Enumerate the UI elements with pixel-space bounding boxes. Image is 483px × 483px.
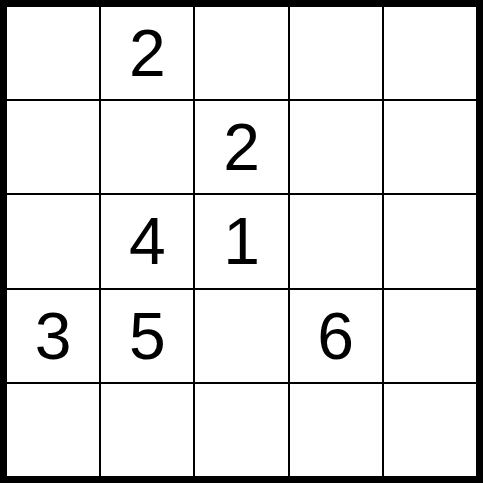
- cell-r3c5[interactable]: [384, 195, 476, 287]
- cell-r2c1[interactable]: [7, 101, 99, 193]
- cell-r1c5[interactable]: [384, 7, 476, 99]
- cell-r5c5[interactable]: [384, 384, 476, 476]
- cell-r4c5[interactable]: [384, 290, 476, 382]
- cell-r2c5[interactable]: [384, 101, 476, 193]
- cell-r1c3[interactable]: [195, 7, 287, 99]
- puzzle-board: 2 2 4 1 3 5 6: [0, 0, 483, 483]
- cell-r2c4[interactable]: [290, 101, 382, 193]
- cell-r2c2[interactable]: [101, 101, 193, 193]
- cell-r4c4[interactable]: 6: [290, 290, 382, 382]
- cell-r1c4[interactable]: [290, 7, 382, 99]
- cell-r5c2[interactable]: [101, 384, 193, 476]
- cell-r3c2[interactable]: 4: [101, 195, 193, 287]
- cell-r3c1[interactable]: [7, 195, 99, 287]
- cell-r5c3[interactable]: [195, 384, 287, 476]
- cell-r5c1[interactable]: [7, 384, 99, 476]
- cell-r2c3[interactable]: 2: [195, 101, 287, 193]
- cell-r3c4[interactable]: [290, 195, 382, 287]
- cell-r1c2[interactable]: 2: [101, 7, 193, 99]
- cell-r4c2[interactable]: 5: [101, 290, 193, 382]
- cell-r5c4[interactable]: [290, 384, 382, 476]
- cell-r3c3[interactable]: 1: [195, 195, 287, 287]
- cell-r4c3[interactable]: [195, 290, 287, 382]
- cell-r1c1[interactable]: [7, 7, 99, 99]
- cell-r4c1[interactable]: 3: [7, 290, 99, 382]
